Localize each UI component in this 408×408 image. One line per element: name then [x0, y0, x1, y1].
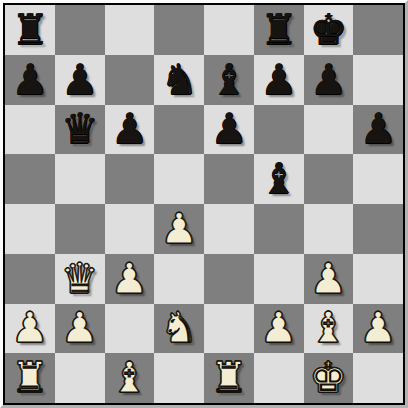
square-h1[interactable] — [353, 353, 403, 403]
piece-black-rook[interactable]: ♜ — [11, 9, 49, 51]
square-c4[interactable] — [105, 204, 155, 254]
square-b8[interactable] — [55, 5, 105, 55]
piece-black-queen[interactable]: ♛ — [61, 108, 99, 150]
square-h3[interactable] — [353, 254, 403, 304]
square-b2[interactable]: ♟ — [55, 304, 105, 354]
square-h7[interactable] — [353, 55, 403, 105]
square-d6[interactable] — [154, 105, 204, 155]
piece-white-pawn[interactable]: ♟ — [359, 307, 397, 349]
square-g8[interactable]: ♚ — [304, 5, 354, 55]
piece-black-pawn[interactable]: ♟ — [260, 59, 298, 101]
square-f7[interactable]: ♟ — [254, 55, 304, 105]
piece-white-queen[interactable]: ♛ — [61, 258, 99, 300]
square-b6[interactable]: ♛ — [55, 105, 105, 155]
square-g3[interactable]: ♟ — [304, 254, 354, 304]
square-f4[interactable] — [254, 204, 304, 254]
square-h8[interactable] — [353, 5, 403, 55]
piece-white-rook[interactable]: ♜ — [210, 357, 248, 399]
square-c5[interactable] — [105, 154, 155, 204]
square-a5[interactable] — [5, 154, 55, 204]
square-a7[interactable]: ♟ — [5, 55, 55, 105]
piece-white-bishop[interactable]: ♝ — [310, 307, 348, 349]
square-c3[interactable]: ♟ — [105, 254, 155, 304]
square-a6[interactable] — [5, 105, 55, 155]
piece-black-king[interactable]: ♚ — [310, 9, 348, 51]
chessboard: ♜♜♚♟♟♞♝♟♟♛♟♟♟♝♟♛♟♟♟♟♞♟♝♟♜♝♜♚ — [5, 5, 403, 403]
piece-white-knight[interactable]: ♞ — [160, 307, 198, 349]
square-c2[interactable] — [105, 304, 155, 354]
square-h5[interactable] — [353, 154, 403, 204]
square-a2[interactable]: ♟ — [5, 304, 55, 354]
piece-white-rook[interactable]: ♜ — [11, 357, 49, 399]
piece-white-pawn[interactable]: ♟ — [310, 258, 348, 300]
square-e8[interactable] — [204, 5, 254, 55]
piece-white-pawn[interactable]: ♟ — [111, 258, 149, 300]
square-g4[interactable] — [304, 204, 354, 254]
square-g6[interactable] — [304, 105, 354, 155]
square-b5[interactable] — [55, 154, 105, 204]
square-g1[interactable]: ♚ — [304, 353, 354, 403]
square-f6[interactable] — [254, 105, 304, 155]
square-e1[interactable]: ♜ — [204, 353, 254, 403]
piece-white-king[interactable]: ♚ — [310, 357, 348, 399]
square-e4[interactable] — [204, 204, 254, 254]
square-a8[interactable]: ♜ — [5, 5, 55, 55]
square-d4[interactable]: ♟ — [154, 204, 204, 254]
square-d7[interactable]: ♞ — [154, 55, 204, 105]
piece-black-bishop[interactable]: ♝ — [210, 59, 248, 101]
chessboard-frame: ♜♜♚♟♟♞♝♟♟♛♟♟♟♝♟♛♟♟♟♟♞♟♝♟♜♝♜♚ — [0, 0, 408, 408]
piece-white-pawn[interactable]: ♟ — [260, 307, 298, 349]
square-f2[interactable]: ♟ — [254, 304, 304, 354]
square-b7[interactable]: ♟ — [55, 55, 105, 105]
square-h4[interactable] — [353, 204, 403, 254]
square-c1[interactable]: ♝ — [105, 353, 155, 403]
square-g7[interactable]: ♟ — [304, 55, 354, 105]
square-d3[interactable] — [154, 254, 204, 304]
piece-black-pawn[interactable]: ♟ — [111, 108, 149, 150]
square-e6[interactable]: ♟ — [204, 105, 254, 155]
piece-white-pawn[interactable]: ♟ — [11, 307, 49, 349]
square-b3[interactable]: ♛ — [55, 254, 105, 304]
square-e5[interactable] — [204, 154, 254, 204]
square-f3[interactable] — [254, 254, 304, 304]
chessboard-inner-frame: ♜♜♚♟♟♞♝♟♟♛♟♟♟♝♟♛♟♟♟♟♞♟♝♟♜♝♜♚ — [3, 3, 405, 405]
square-d5[interactable] — [154, 154, 204, 204]
square-h2[interactable]: ♟ — [353, 304, 403, 354]
piece-black-pawn[interactable]: ♟ — [61, 59, 99, 101]
square-h6[interactable]: ♟ — [353, 105, 403, 155]
piece-black-pawn[interactable]: ♟ — [359, 108, 397, 150]
square-c8[interactable] — [105, 5, 155, 55]
square-e3[interactable] — [204, 254, 254, 304]
square-a3[interactable] — [5, 254, 55, 304]
piece-black-pawn[interactable]: ♟ — [11, 59, 49, 101]
piece-white-pawn[interactable]: ♟ — [61, 307, 99, 349]
square-b1[interactable] — [55, 353, 105, 403]
square-a4[interactable] — [5, 204, 55, 254]
square-f8[interactable]: ♜ — [254, 5, 304, 55]
square-g2[interactable]: ♝ — [304, 304, 354, 354]
piece-black-knight[interactable]: ♞ — [160, 59, 198, 101]
square-c6[interactable]: ♟ — [105, 105, 155, 155]
square-f1[interactable] — [254, 353, 304, 403]
square-d1[interactable] — [154, 353, 204, 403]
square-a1[interactable]: ♜ — [5, 353, 55, 403]
square-d8[interactable] — [154, 5, 204, 55]
piece-white-bishop[interactable]: ♝ — [111, 357, 149, 399]
square-f5[interactable]: ♝ — [254, 154, 304, 204]
square-c7[interactable] — [105, 55, 155, 105]
piece-black-rook[interactable]: ♜ — [260, 9, 298, 51]
piece-black-bishop[interactable]: ♝ — [260, 158, 298, 200]
piece-black-pawn[interactable]: ♟ — [310, 59, 348, 101]
square-e2[interactable] — [204, 304, 254, 354]
square-g5[interactable] — [304, 154, 354, 204]
square-b4[interactable] — [55, 204, 105, 254]
piece-black-pawn[interactable]: ♟ — [210, 108, 248, 150]
square-d2[interactable]: ♞ — [154, 304, 204, 354]
piece-white-pawn[interactable]: ♟ — [160, 208, 198, 250]
square-e7[interactable]: ♝ — [204, 55, 254, 105]
